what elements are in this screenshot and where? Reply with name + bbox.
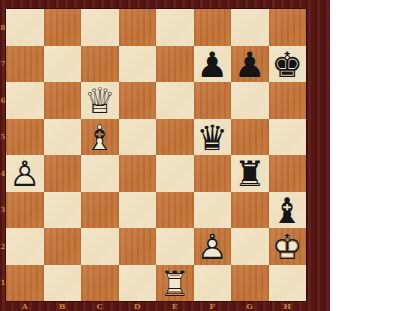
piece-black-king-h7[interactable]: ♚ xyxy=(269,46,307,83)
black-pawn-glyph: ♟ xyxy=(234,47,265,83)
square-h4[interactable] xyxy=(269,155,307,192)
square-g6[interactable] xyxy=(231,82,269,119)
square-c7[interactable] xyxy=(81,46,119,83)
board-squares: ♟♟♚♛♕♝♗♛♟♙♜♝♟♙♚♔♜♖ xyxy=(6,9,306,301)
square-b3[interactable] xyxy=(44,192,82,229)
white-rook-outline-glyph: ♖ xyxy=(159,266,190,302)
file-labels: ABCDEFGH xyxy=(6,300,306,311)
square-f6[interactable] xyxy=(194,82,232,119)
square-e7[interactable] xyxy=(156,46,194,83)
square-g2[interactable] xyxy=(231,228,269,265)
file-label-g: G xyxy=(231,300,269,311)
square-g4[interactable]: ♜ xyxy=(231,155,269,192)
piece-black-queen-f5[interactable]: ♛ xyxy=(194,119,232,156)
square-d5[interactable] xyxy=(119,119,157,156)
square-b2[interactable] xyxy=(44,228,82,265)
square-a8[interactable] xyxy=(6,9,44,46)
file-label-c: C xyxy=(81,300,119,311)
square-d8[interactable] xyxy=(119,9,157,46)
square-b6[interactable] xyxy=(44,82,82,119)
square-f5[interactable]: ♛ xyxy=(194,119,232,156)
piece-black-pawn-f7[interactable]: ♟ xyxy=(194,46,232,83)
square-h2[interactable]: ♚♔ xyxy=(269,228,307,265)
square-e3[interactable] xyxy=(156,192,194,229)
square-g5[interactable] xyxy=(231,119,269,156)
piece-white-rook-e1[interactable]: ♜♖ xyxy=(156,265,194,302)
square-e2[interactable] xyxy=(156,228,194,265)
white-bishop-outline-glyph: ♗ xyxy=(84,120,115,156)
white-king-outline-glyph: ♔ xyxy=(272,229,303,265)
square-f2[interactable]: ♟♙ xyxy=(194,228,232,265)
square-e8[interactable] xyxy=(156,9,194,46)
square-c4[interactable] xyxy=(81,155,119,192)
square-d3[interactable] xyxy=(119,192,157,229)
square-d2[interactable] xyxy=(119,228,157,265)
square-h6[interactable] xyxy=(269,82,307,119)
piece-white-bishop-c5[interactable]: ♝♗ xyxy=(81,119,119,156)
square-c3[interactable] xyxy=(81,192,119,229)
square-g7[interactable]: ♟ xyxy=(231,46,269,83)
square-d6[interactable] xyxy=(119,82,157,119)
chess-board: 87654321 ♟♟♚♛♕♝♗♛♟♙♜♝♟♙♚♔♜♖ ABCDEFGH xyxy=(0,0,330,311)
square-h8[interactable] xyxy=(269,9,307,46)
piece-black-bishop-h3[interactable]: ♝ xyxy=(269,192,307,229)
piece-white-pawn-f2[interactable]: ♟♙ xyxy=(194,228,232,265)
file-label-a: A xyxy=(6,300,44,311)
square-c5[interactable]: ♝♗ xyxy=(81,119,119,156)
square-a2[interactable] xyxy=(6,228,44,265)
white-queen-outline-glyph: ♕ xyxy=(84,83,115,119)
square-h3[interactable]: ♝ xyxy=(269,192,307,229)
square-b1[interactable] xyxy=(44,265,82,302)
square-c1[interactable] xyxy=(81,265,119,302)
white-pawn-outline-glyph: ♙ xyxy=(197,229,228,265)
square-e5[interactable] xyxy=(156,119,194,156)
square-b7[interactable] xyxy=(44,46,82,83)
square-g3[interactable] xyxy=(231,192,269,229)
black-queen-glyph: ♛ xyxy=(197,120,228,156)
square-f8[interactable] xyxy=(194,9,232,46)
square-h1[interactable] xyxy=(269,265,307,302)
black-pawn-glyph: ♟ xyxy=(197,47,228,83)
piece-black-rook-g4[interactable]: ♜ xyxy=(231,155,269,192)
square-a6[interactable] xyxy=(6,82,44,119)
square-c8[interactable] xyxy=(81,9,119,46)
black-bishop-glyph: ♝ xyxy=(272,193,303,229)
file-label-h: H xyxy=(269,300,307,311)
file-label-d: D xyxy=(119,300,157,311)
square-g8[interactable] xyxy=(231,9,269,46)
square-f1[interactable] xyxy=(194,265,232,302)
square-a3[interactable] xyxy=(6,192,44,229)
black-rook-glyph: ♜ xyxy=(234,156,265,192)
square-e4[interactable] xyxy=(156,155,194,192)
square-b4[interactable] xyxy=(44,155,82,192)
square-a4[interactable]: ♟♙ xyxy=(6,155,44,192)
square-f7[interactable]: ♟ xyxy=(194,46,232,83)
file-label-f: F xyxy=(194,300,232,311)
square-e6[interactable] xyxy=(156,82,194,119)
piece-white-queen-c6[interactable]: ♛♕ xyxy=(81,82,119,119)
square-d4[interactable] xyxy=(119,155,157,192)
square-h7[interactable]: ♚ xyxy=(269,46,307,83)
file-label-e: E xyxy=(156,300,194,311)
piece-white-pawn-a4[interactable]: ♟♙ xyxy=(6,155,44,192)
square-e1[interactable]: ♜♖ xyxy=(156,265,194,302)
piece-white-king-h2[interactable]: ♚♔ xyxy=(269,228,307,265)
square-c2[interactable] xyxy=(81,228,119,265)
black-king-glyph: ♚ xyxy=(272,47,303,83)
square-c6[interactable]: ♛♕ xyxy=(81,82,119,119)
file-label-b: B xyxy=(44,300,82,311)
square-g1[interactable] xyxy=(231,265,269,302)
square-a1[interactable] xyxy=(6,265,44,302)
piece-black-pawn-g7[interactable]: ♟ xyxy=(231,46,269,83)
square-d7[interactable] xyxy=(119,46,157,83)
white-pawn-outline-glyph: ♙ xyxy=(9,156,40,192)
square-d1[interactable] xyxy=(119,265,157,302)
square-b8[interactable] xyxy=(44,9,82,46)
square-h5[interactable] xyxy=(269,119,307,156)
square-b5[interactable] xyxy=(44,119,82,156)
square-f3[interactable] xyxy=(194,192,232,229)
square-f4[interactable] xyxy=(194,155,232,192)
square-a7[interactable] xyxy=(6,46,44,83)
square-a5[interactable] xyxy=(6,119,44,156)
